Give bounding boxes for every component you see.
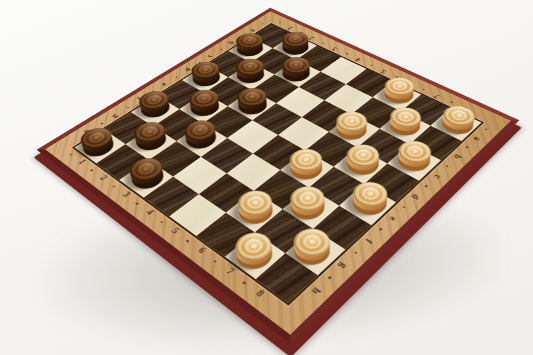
rank-label-far-2: 2: [308, 35, 316, 40]
piece-light-e6[interactable]: [284, 154, 329, 185]
rank-label-near-2: 2: [97, 175, 108, 183]
square-h1[interactable]: [75, 129, 126, 163]
rank-label-far-3: 3: [331, 46, 339, 51]
file-label-near-h: h: [309, 286, 322, 296]
rank-label-near-4: 4: [144, 209, 155, 217]
rank-label-near-3: 3: [120, 191, 131, 199]
file-label-near-e: e: [387, 214, 399, 222]
rank-label-near-1: 1: [76, 159, 87, 166]
file-label-near-f: f: [363, 237, 374, 245]
board-photo: 12345678 12345678 abcdefgh abcdefgh: [0, 0, 533, 355]
file-label-near-d: d: [409, 192, 421, 200]
file-label-far-e: e: [161, 82, 170, 87]
rank-label-near-6: 6: [195, 246, 207, 255]
rank-label-far-1: 1: [286, 25, 294, 30]
rank-label-far-4: 4: [355, 57, 364, 62]
piece-light-a8[interactable]: [436, 112, 478, 139]
rank-label-near-5: 5: [169, 227, 181, 236]
piece-light-d7[interactable]: [340, 150, 385, 181]
file-label-far-a: a: [248, 28, 256, 32]
piece-dark-h1[interactable]: [77, 133, 119, 161]
file-label-near-b: b: [451, 153, 463, 160]
rank-label-far-7: 7: [433, 93, 442, 99]
square-b7[interactable]: [380, 111, 431, 144]
rank-label-near-8: 8: [253, 289, 265, 299]
square-g8[interactable]: [285, 229, 345, 275]
piece-dark-d3[interactable]: [232, 94, 272, 119]
file-label-near-c: c: [431, 173, 442, 180]
piece-light-b7[interactable]: [384, 113, 426, 140]
file-label-far-g: g: [110, 112, 119, 118]
file-label-far-c: c: [206, 54, 214, 59]
rank-label-far-5: 5: [380, 68, 389, 74]
file-label-near-g: g: [337, 260, 350, 269]
piece-light-f7[interactable]: [284, 191, 331, 225]
file-label-near-a: a: [471, 135, 482, 142]
